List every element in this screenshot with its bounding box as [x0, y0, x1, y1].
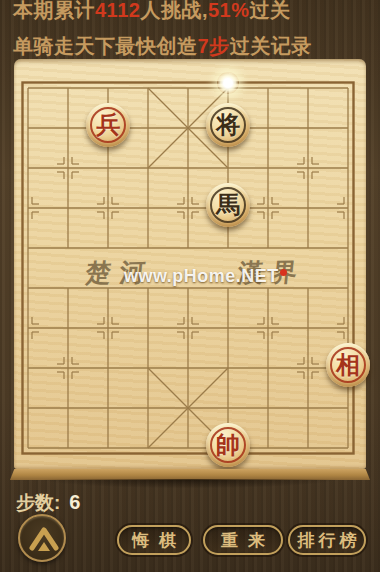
- restart-button[interactable]: 重来: [203, 525, 283, 555]
- challenge-count: 4112: [95, 0, 140, 21]
- watermark: www.pHome.NET: [124, 266, 287, 287]
- piece-red-elephant[interactable]: 相: [326, 343, 370, 387]
- step-counter: 步数:6: [16, 490, 80, 516]
- xiangqi-board[interactable]: 楚河 漢界 www.pHome.NET 兵将馬相帥: [14, 59, 366, 469]
- pass-rate: 51%: [208, 0, 250, 21]
- steps-label: 步数:: [16, 492, 60, 513]
- piece-character: 将: [206, 103, 250, 147]
- move-highlight-glow: [217, 72, 239, 94]
- watermark-dot: [280, 269, 287, 276]
- piece-character: 馬: [206, 183, 250, 227]
- chevron-up-icon: [25, 521, 63, 559]
- game-screen: 本期累计4112人挑战,51%过关 单骑走天下最快创造7步过关记录 楚河 漢界 …: [0, 0, 380, 572]
- scroll-up-button[interactable]: [18, 514, 66, 562]
- steps-value: 6: [69, 491, 80, 513]
- leaderboard-button[interactable]: 排行榜: [288, 525, 366, 555]
- piece-black-general[interactable]: 将: [206, 103, 250, 147]
- undo-button[interactable]: 悔棋: [117, 525, 191, 555]
- record-steps: 7步: [198, 35, 230, 57]
- piece-character: 兵: [86, 103, 130, 147]
- record-line: 单骑走天下最快创造7步过关记录: [13, 33, 312, 60]
- piece-red-soldier[interactable]: 兵: [86, 103, 130, 147]
- challenge-stats-line: 本期累计4112人挑战,51%过关: [13, 0, 290, 24]
- piece-character: 相: [326, 343, 370, 387]
- piece-black-horse[interactable]: 馬: [206, 183, 250, 227]
- piece-red-general[interactable]: 帥: [206, 423, 250, 467]
- piece-character: 帥: [206, 423, 250, 467]
- board-grid: [14, 59, 366, 469]
